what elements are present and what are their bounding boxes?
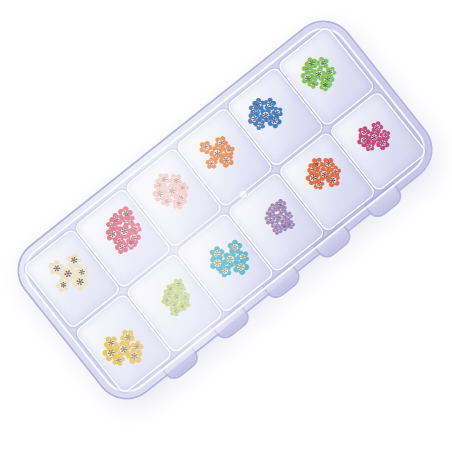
flower-center-icon: ✻	[307, 59, 315, 68]
dried-flower-orange: ✿✻	[222, 142, 237, 159]
flower-center-icon: ✻	[171, 308, 178, 314]
dried-flower-teal: ✿✻	[233, 248, 253, 265]
flower-center-icon: ✻	[326, 68, 333, 75]
flower-center-icon: ✻	[226, 147, 232, 154]
dried-flower-coral: ✿✻	[328, 164, 342, 181]
dried-flower-chartreuse: ✿✻	[167, 304, 183, 318]
compartment-grid: ✿✻✿✻✿✻✿✻✿✻✿✻✿✻✿✻✿✻✿✻✿✻✿✻✿✻✿✻✿✻✿✻✿✻✿✻✿✻✿✻…	[24, 27, 426, 393]
flower-center-icon: ✻	[313, 160, 321, 167]
dried-flower-coral: ✿✻	[307, 155, 326, 172]
product-photo: ✿✻✿✻✿✻✿✻✿✻✿✻✿✻✿✻✿✻✿✻✿✻✿✻✿✻✿✻✿✻✿✻✿✻✿✻✿✻✿✻…	[0, 0, 452, 452]
flower-center-icon: ✻	[274, 227, 280, 233]
flower-center-icon: ✻	[239, 253, 247, 260]
flower-center-icon: ✻	[174, 200, 181, 206]
flower-center-icon: ✻	[332, 168, 338, 175]
dried-flower-peach: ✿✻	[169, 196, 186, 211]
organizer-box: ✿✻✿✻✿✻✿✻✿✻✿✻✿✻✿✻✿✻✿✻✿✻✿✻✿✻✿✻✿✻✿✻✿✻✿✻✿✻✿✻…	[7, 10, 442, 409]
